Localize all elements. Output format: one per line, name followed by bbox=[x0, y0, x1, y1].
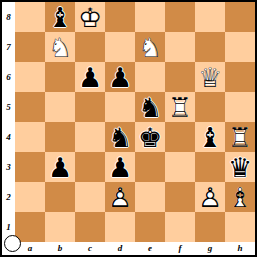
file-label-g: g bbox=[195, 242, 225, 255]
square-c1[interactable] bbox=[75, 212, 105, 242]
rank-label-2: 2 bbox=[2, 182, 15, 212]
square-c7[interactable] bbox=[75, 32, 105, 62]
piece-black-pawn-b3[interactable]: ♟ bbox=[45, 152, 75, 182]
white-rook-icon: ♜ bbox=[165, 92, 195, 122]
square-e5[interactable]: ♞ bbox=[135, 92, 165, 122]
square-f5[interactable]: ♜♖ bbox=[165, 92, 195, 122]
file-label-f: f bbox=[165, 242, 195, 255]
file-label-c: c bbox=[75, 242, 105, 255]
black-queen-icon: ♛ bbox=[225, 152, 255, 182]
rank-labels: 87654321 bbox=[2, 2, 15, 242]
square-g4[interactable]: ♝ bbox=[195, 122, 225, 152]
white-queen-icon: ♛ bbox=[195, 62, 225, 92]
black-king-icon: ♚ bbox=[135, 122, 165, 152]
square-h3[interactable]: ♛ bbox=[225, 152, 255, 182]
rank-label-5: 5 bbox=[2, 92, 15, 122]
square-h8[interactable] bbox=[225, 2, 255, 32]
white-pawn-icon: ♟ bbox=[195, 182, 225, 212]
square-a4[interactable] bbox=[15, 122, 45, 152]
rank-label-4: 4 bbox=[2, 122, 15, 152]
square-f6[interactable] bbox=[165, 62, 195, 92]
square-e4[interactable]: ♚ bbox=[135, 122, 165, 152]
piece-black-knight-e5[interactable]: ♞ bbox=[135, 92, 165, 122]
square-g1[interactable] bbox=[195, 212, 225, 242]
white-pawn-outline-icon: ♙ bbox=[105, 182, 135, 212]
white-knight-icon: ♞ bbox=[135, 32, 165, 62]
square-e2[interactable] bbox=[135, 182, 165, 212]
white-rook-outline-icon: ♖ bbox=[225, 122, 255, 152]
square-h6[interactable] bbox=[225, 62, 255, 92]
piece-black-bishop-g4[interactable]: ♝ bbox=[195, 122, 225, 152]
square-g6[interactable]: ♛♕ bbox=[195, 62, 225, 92]
piece-black-pawn-d6[interactable]: ♟ bbox=[105, 62, 135, 92]
square-h5[interactable] bbox=[225, 92, 255, 122]
square-d6[interactable]: ♟ bbox=[105, 62, 135, 92]
white-knight-outline-icon: ♘ bbox=[135, 32, 165, 62]
black-pawn-icon: ♟ bbox=[105, 62, 135, 92]
square-e7[interactable]: ♞♘ bbox=[135, 32, 165, 62]
square-b7[interactable]: ♞♘ bbox=[45, 32, 75, 62]
file-label-d: d bbox=[105, 242, 135, 255]
rank-label-8: 8 bbox=[2, 2, 15, 32]
square-g8[interactable] bbox=[195, 2, 225, 32]
white-pawn-icon: ♟ bbox=[105, 182, 135, 212]
black-pawn-icon: ♟ bbox=[105, 152, 135, 182]
file-label-b: b bbox=[45, 242, 75, 255]
square-b4[interactable] bbox=[45, 122, 75, 152]
chess-diagram: 87654321 ♝♚♔♞♘♞♘♟♟♛♕♞♜♖♞♚♝♜♖♟♟♛♟♙♟♙♝♗ ab… bbox=[0, 0, 257, 257]
square-f4[interactable] bbox=[165, 122, 195, 152]
white-pawn-outline-icon: ♙ bbox=[195, 182, 225, 212]
square-e6[interactable] bbox=[135, 62, 165, 92]
square-a8[interactable] bbox=[15, 2, 45, 32]
piece-white-rook-f5[interactable]: ♜♖ bbox=[165, 92, 195, 122]
black-bishop-icon: ♝ bbox=[45, 2, 75, 32]
square-h2[interactable]: ♝♗ bbox=[225, 182, 255, 212]
white-to-move-indicator bbox=[4, 235, 21, 252]
square-c5[interactable] bbox=[75, 92, 105, 122]
square-a3[interactable] bbox=[15, 152, 45, 182]
piece-white-knight-b7[interactable]: ♞♘ bbox=[45, 32, 75, 62]
piece-white-pawn-d2[interactable]: ♟♙ bbox=[105, 182, 135, 212]
square-b6[interactable] bbox=[45, 62, 75, 92]
square-h1[interactable] bbox=[225, 212, 255, 242]
chess-board: ♝♚♔♞♘♞♘♟♟♛♕♞♜♖♞♚♝♜♖♟♟♛♟♙♟♙♝♗ bbox=[15, 2, 255, 242]
square-e1[interactable] bbox=[135, 212, 165, 242]
file-label-h: h bbox=[225, 242, 255, 255]
black-knight-icon: ♞ bbox=[105, 122, 135, 152]
white-knight-outline-icon: ♘ bbox=[45, 32, 75, 62]
black-knight-icon: ♞ bbox=[135, 92, 165, 122]
square-a1[interactable] bbox=[15, 212, 45, 242]
piece-white-queen-g6[interactable]: ♛♕ bbox=[195, 62, 225, 92]
square-b2[interactable] bbox=[45, 182, 75, 212]
square-f2[interactable] bbox=[165, 182, 195, 212]
square-f8[interactable] bbox=[165, 2, 195, 32]
file-label-e: e bbox=[135, 242, 165, 255]
square-a7[interactable] bbox=[15, 32, 45, 62]
square-g2[interactable]: ♟♙ bbox=[195, 182, 225, 212]
rank-label-3: 3 bbox=[2, 152, 15, 182]
square-d2[interactable]: ♟♙ bbox=[105, 182, 135, 212]
white-queen-outline-icon: ♕ bbox=[195, 62, 225, 92]
file-labels: abcdefgh bbox=[15, 242, 255, 255]
white-bishop-icon: ♝ bbox=[225, 182, 255, 212]
square-b5[interactable] bbox=[45, 92, 75, 122]
square-c3[interactable] bbox=[75, 152, 105, 182]
square-b8[interactable]: ♝ bbox=[45, 2, 75, 32]
square-d5[interactable] bbox=[105, 92, 135, 122]
piece-black-queen-h3[interactable]: ♛ bbox=[225, 152, 255, 182]
square-d4[interactable]: ♞ bbox=[105, 122, 135, 152]
square-d8[interactable] bbox=[105, 2, 135, 32]
white-bishop-outline-icon: ♗ bbox=[225, 182, 255, 212]
square-f7[interactable] bbox=[165, 32, 195, 62]
square-d1[interactable] bbox=[105, 212, 135, 242]
square-b3[interactable]: ♟ bbox=[45, 152, 75, 182]
square-d7[interactable] bbox=[105, 32, 135, 62]
square-g7[interactable] bbox=[195, 32, 225, 62]
piece-white-knight-e7[interactable]: ♞♘ bbox=[135, 32, 165, 62]
rank-label-7: 7 bbox=[2, 32, 15, 62]
piece-white-rook-h4[interactable]: ♜♖ bbox=[225, 122, 255, 152]
piece-black-king-e4[interactable]: ♚ bbox=[135, 122, 165, 152]
square-a6[interactable] bbox=[15, 62, 45, 92]
square-e8[interactable] bbox=[135, 2, 165, 32]
square-h7[interactable] bbox=[225, 32, 255, 62]
square-h4[interactable]: ♜♖ bbox=[225, 122, 255, 152]
white-rook-icon: ♜ bbox=[225, 122, 255, 152]
square-a5[interactable] bbox=[15, 92, 45, 122]
square-c8[interactable]: ♚♔ bbox=[75, 2, 105, 32]
square-g5[interactable] bbox=[195, 92, 225, 122]
square-c6[interactable]: ♟ bbox=[75, 62, 105, 92]
white-king-outline-icon: ♔ bbox=[75, 2, 105, 32]
square-c2[interactable] bbox=[75, 182, 105, 212]
piece-black-bishop-b8[interactable]: ♝ bbox=[45, 2, 75, 32]
white-knight-icon: ♞ bbox=[45, 32, 75, 62]
black-pawn-icon: ♟ bbox=[75, 62, 105, 92]
square-g3[interactable] bbox=[195, 152, 225, 182]
piece-white-king-c8[interactable]: ♚♔ bbox=[75, 2, 105, 32]
white-rook-outline-icon: ♖ bbox=[165, 92, 195, 122]
square-e3[interactable] bbox=[135, 152, 165, 182]
piece-black-knight-d4[interactable]: ♞ bbox=[105, 122, 135, 152]
black-bishop-icon: ♝ bbox=[195, 122, 225, 152]
square-f3[interactable] bbox=[165, 152, 195, 182]
piece-white-pawn-g2[interactable]: ♟♙ bbox=[195, 182, 225, 212]
piece-white-bishop-h2[interactable]: ♝♗ bbox=[225, 182, 255, 212]
white-king-icon: ♚ bbox=[75, 2, 105, 32]
piece-black-pawn-c6[interactable]: ♟ bbox=[75, 62, 105, 92]
square-b1[interactable] bbox=[45, 212, 75, 242]
rank-label-6: 6 bbox=[2, 62, 15, 92]
square-c4[interactable] bbox=[75, 122, 105, 152]
square-a2[interactable] bbox=[15, 182, 45, 212]
black-pawn-icon: ♟ bbox=[45, 152, 75, 182]
piece-black-pawn-d3[interactable]: ♟ bbox=[105, 152, 135, 182]
square-d3[interactable]: ♟ bbox=[105, 152, 135, 182]
square-f1[interactable] bbox=[165, 212, 195, 242]
